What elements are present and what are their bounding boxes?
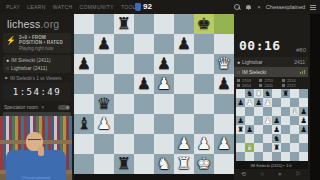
streamer-glasses bbox=[28, 139, 41, 142]
black-piece-r[interactable]: ♜ bbox=[273, 143, 280, 152]
square-f2[interactable] bbox=[281, 143, 290, 152]
square-h4[interactable] bbox=[214, 94, 234, 114]
square-h8[interactable] bbox=[299, 89, 308, 98]
square-b4[interactable]: ♛ bbox=[94, 94, 114, 114]
square-b3[interactable] bbox=[245, 134, 254, 143]
players-box: ● IM Sielecki (2411) ○ Lightsbar (2411) bbox=[3, 55, 71, 73]
square-c7[interactable]: ♟ bbox=[254, 98, 263, 107]
black-piece-p[interactable]: ♟ bbox=[177, 34, 191, 54]
square-h6[interactable]: ♟ bbox=[299, 107, 308, 116]
square-h7[interactable] bbox=[299, 98, 308, 107]
square-b8[interactable]: ♞ bbox=[245, 89, 254, 98]
square-g6[interactable] bbox=[194, 54, 214, 74]
square-a8[interactable] bbox=[74, 14, 94, 34]
spectator-room-title: Spectator room bbox=[4, 104, 38, 110]
square-e4[interactable] bbox=[154, 94, 174, 114]
square-h7[interactable] bbox=[214, 34, 234, 54]
nav-item-community[interactable]: COMMUNITY bbox=[79, 4, 113, 10]
square-e7[interactable] bbox=[272, 98, 281, 107]
square-h8[interactable] bbox=[214, 14, 234, 34]
square-h3[interactable] bbox=[299, 134, 308, 143]
square-g5[interactable] bbox=[194, 74, 214, 94]
square-c3[interactable] bbox=[254, 134, 263, 143]
black-piece-r[interactable]: ♜ bbox=[117, 154, 131, 174]
square-d6[interactable] bbox=[263, 107, 272, 116]
chess-board[interactable]: ♜♚♟♟♟♟♛♟♟♟♛♝♟♟♟♟♜♞♜♚ bbox=[74, 14, 234, 174]
black-piece-p[interactable]: ♟ bbox=[97, 34, 111, 54]
black-piece-p[interactable]: ♟ bbox=[77, 54, 91, 74]
white-piece-p[interactable]: ♟ bbox=[264, 116, 271, 125]
black-piece-p[interactable]: ♟ bbox=[246, 125, 253, 134]
rating-stats: 270327512554265424112722 bbox=[234, 77, 308, 89]
square-h6[interactable]: ♛ bbox=[214, 54, 234, 74]
game-info-line1: 3+0 • FROM POSITION • RATED bbox=[19, 35, 68, 45]
square-d3[interactable] bbox=[134, 114, 154, 134]
square-e2[interactable] bbox=[154, 134, 174, 154]
black-player-label: IM Sielecki (2411) bbox=[11, 57, 51, 63]
connection-signal-icon bbox=[300, 70, 305, 74]
square-g2[interactable] bbox=[290, 143, 299, 152]
square-f8[interactable] bbox=[174, 14, 194, 34]
black-piece-n[interactable]: ♞ bbox=[264, 89, 271, 98]
square-g8[interactable]: ♚ bbox=[194, 14, 214, 34]
webcam-overlay: Chessexplained bbox=[0, 116, 72, 180]
square-h4[interactable]: ♟ bbox=[299, 125, 308, 134]
square-c3[interactable] bbox=[114, 114, 134, 134]
black-piece-p[interactable]: ♟ bbox=[217, 74, 231, 94]
square-b2[interactable] bbox=[94, 134, 114, 154]
square-b6[interactable] bbox=[94, 54, 114, 74]
stream-frame: PLAYLEARNWATCHCOMMUNITYTOOLS 92 × Chesse… bbox=[0, 0, 320, 180]
rating-puzzle: 2722 bbox=[282, 83, 304, 88]
square-d4[interactable] bbox=[263, 125, 272, 134]
square-a2[interactable] bbox=[236, 143, 245, 152]
square-f5[interactable] bbox=[281, 116, 290, 125]
flag-icon: ⚑ bbox=[4, 76, 8, 81]
square-f3[interactable] bbox=[281, 134, 290, 143]
white-piece-q[interactable]: ♛ bbox=[217, 54, 231, 74]
square-d1[interactable] bbox=[263, 152, 272, 161]
square-g1[interactable] bbox=[290, 152, 299, 161]
square-g3[interactable] bbox=[290, 134, 299, 143]
square-g5[interactable] bbox=[290, 116, 299, 125]
square-c7[interactable] bbox=[114, 34, 134, 54]
black-piece-p[interactable]: ♟ bbox=[157, 54, 171, 74]
player-white-row[interactable]: ○ Lightsbar (2411) bbox=[6, 65, 68, 71]
square-d5[interactable]: ♟ bbox=[263, 116, 272, 125]
square-h5[interactable]: ♟ bbox=[299, 116, 308, 125]
square-c5[interactable] bbox=[114, 74, 134, 94]
black-piece-n[interactable]: ♞ bbox=[273, 134, 280, 143]
spectator-room-header: Spectator room × bbox=[4, 104, 70, 110]
white-piece-p[interactable]: ♟ bbox=[97, 114, 111, 134]
square-g4[interactable] bbox=[290, 125, 299, 134]
square-a7[interactable] bbox=[74, 34, 94, 54]
chat-toggle[interactable] bbox=[58, 105, 70, 110]
white-piece-p[interactable]: ♟ bbox=[177, 134, 191, 154]
rating-correspondence: 2411 bbox=[259, 83, 281, 88]
square-d6[interactable] bbox=[134, 54, 154, 74]
square-f1[interactable] bbox=[281, 152, 290, 161]
square-g7[interactable] bbox=[290, 98, 299, 107]
rapid-icon bbox=[282, 79, 285, 82]
game-info-box: ⚡ 3+0 • FROM POSITION • RATED Playing ri… bbox=[3, 33, 71, 53]
square-d8[interactable]: ♞ bbox=[263, 89, 272, 98]
black-piece-p[interactable]: ♟ bbox=[237, 98, 244, 107]
white-piece-b[interactable]: ♝ bbox=[291, 107, 298, 116]
badge-icon bbox=[135, 3, 141, 11]
square-e5[interactable]: ♟ bbox=[154, 74, 174, 94]
white-piece-p[interactable]: ♟ bbox=[217, 134, 231, 154]
square-e3[interactable] bbox=[154, 114, 174, 134]
square-c6[interactable] bbox=[254, 107, 263, 116]
square-c1[interactable] bbox=[254, 152, 263, 161]
black-piece-p[interactable]: ♟ bbox=[237, 116, 244, 125]
square-d1[interactable] bbox=[134, 154, 154, 174]
classical-icon bbox=[237, 84, 240, 87]
square-b5[interactable] bbox=[94, 74, 114, 94]
white-player-icon: ○ bbox=[6, 65, 9, 71]
search-icon[interactable] bbox=[234, 4, 241, 11]
move-number: #80 bbox=[296, 47, 306, 53]
square-a3[interactable]: ♝ bbox=[74, 114, 94, 134]
square-a5[interactable]: ♟ bbox=[236, 116, 245, 125]
nav-item-play[interactable]: PLAY bbox=[6, 4, 20, 10]
white-piece-p[interactable]: ♟ bbox=[264, 98, 271, 107]
square-b1[interactable] bbox=[94, 154, 114, 174]
black-piece-r[interactable]: ♜ bbox=[282, 89, 289, 98]
square-e1[interactable] bbox=[272, 152, 281, 161]
opponent-row[interactable]: ● Lightsbar 2411 bbox=[234, 57, 308, 67]
square-e6[interactable]: ♟ bbox=[154, 54, 174, 74]
square-d7[interactable]: ♟ bbox=[263, 98, 272, 107]
black-piece-r[interactable]: ♜ bbox=[117, 14, 131, 34]
blitz-icon: ⚡ bbox=[6, 35, 16, 51]
square-b5[interactable] bbox=[245, 116, 254, 125]
close-chat-icon[interactable]: × bbox=[41, 104, 44, 110]
square-f8[interactable]: ♜ bbox=[281, 89, 290, 98]
square-e8[interactable] bbox=[154, 14, 174, 34]
game-controls: ⟲○×⚐ bbox=[234, 169, 308, 180]
square-f7[interactable]: ♟ bbox=[174, 34, 194, 54]
player-black-row[interactable]: ● IM Sielecki (2411) bbox=[6, 57, 68, 63]
badge-count: 92 bbox=[143, 2, 152, 11]
session-clock: 1:54:49 bbox=[3, 83, 71, 101]
player-name: IM Sielecki bbox=[242, 69, 266, 75]
square-a6[interactable]: ♟ bbox=[74, 54, 94, 74]
black-piece-p[interactable]: ♟ bbox=[273, 125, 280, 134]
username[interactable]: Chessexplained bbox=[266, 4, 305, 10]
black-piece-b[interactable]: ♝ bbox=[77, 114, 91, 134]
square-a4[interactable]: ♜ bbox=[236, 125, 245, 134]
square-a1[interactable] bbox=[236, 152, 245, 161]
square-f1[interactable]: ♜ bbox=[174, 154, 194, 174]
square-d4[interactable] bbox=[134, 94, 154, 114]
square-c5[interactable] bbox=[254, 116, 263, 125]
square-e3[interactable]: ♞ bbox=[272, 134, 281, 143]
black-piece-p[interactable]: ♟ bbox=[255, 98, 262, 107]
square-g8[interactable] bbox=[290, 89, 299, 98]
square-d2[interactable] bbox=[134, 134, 154, 154]
rating-classical: 2654 bbox=[237, 83, 259, 88]
black-piece-q[interactable]: ♛ bbox=[97, 94, 111, 114]
square-h2[interactable] bbox=[299, 143, 308, 152]
square-c2[interactable] bbox=[114, 134, 134, 154]
square-a5[interactable] bbox=[74, 74, 94, 94]
black-player-icon: ● bbox=[6, 57, 9, 63]
square-d3[interactable] bbox=[263, 134, 272, 143]
square-g6[interactable]: ♝ bbox=[290, 107, 299, 116]
square-a4[interactable] bbox=[74, 94, 94, 114]
square-e8[interactable] bbox=[272, 89, 281, 98]
puzzle-icon bbox=[282, 84, 285, 87]
square-c4[interactable] bbox=[114, 94, 134, 114]
square-c8[interactable]: ♜ bbox=[254, 89, 263, 98]
white-piece-r[interactable]: ♜ bbox=[177, 154, 191, 174]
square-e1[interactable]: ♞ bbox=[154, 154, 174, 174]
white-piece-p[interactable]: ♟ bbox=[246, 98, 253, 107]
white-piece-q[interactable]: ♛ bbox=[246, 143, 253, 152]
webcam-caption: Chessexplained bbox=[0, 175, 72, 180]
correspondence-icon bbox=[259, 84, 262, 87]
square-c1[interactable]: ♜ bbox=[114, 154, 134, 174]
square-d5[interactable]: ♟ bbox=[134, 74, 154, 94]
black-piece-p[interactable]: ♟ bbox=[300, 125, 307, 134]
square-g3[interactable] bbox=[194, 114, 214, 134]
event-title: IM Sielecki's 1 vs Viewers bbox=[10, 76, 62, 81]
square-f4[interactable] bbox=[281, 125, 290, 134]
square-h5[interactable]: ♟ bbox=[214, 74, 234, 94]
flag-button[interactable]: ⚐ bbox=[296, 169, 301, 180]
square-a8[interactable] bbox=[236, 89, 245, 98]
resign-button[interactable]: × bbox=[278, 169, 282, 180]
square-a1[interactable] bbox=[74, 154, 94, 174]
top-navbar: PLAYLEARNWATCHCOMMUNITYTOOLS 92 × Chesse… bbox=[0, 0, 320, 14]
square-a3[interactable] bbox=[236, 134, 245, 143]
square-b2[interactable]: ♛ bbox=[245, 143, 254, 152]
square-e6[interactable] bbox=[272, 107, 281, 116]
square-h1[interactable] bbox=[299, 152, 308, 161]
square-b3[interactable]: ♟ bbox=[94, 114, 114, 134]
bullet-icon bbox=[237, 79, 240, 82]
black-piece-p[interactable]: ♟ bbox=[300, 107, 307, 116]
white-piece-r[interactable]: ♜ bbox=[255, 89, 262, 98]
square-b6[interactable] bbox=[245, 107, 254, 116]
square-c8[interactable]: ♜ bbox=[114, 14, 134, 34]
square-d7[interactable] bbox=[134, 34, 154, 54]
square-h2[interactable]: ♟ bbox=[214, 134, 234, 154]
challenge-icon[interactable]: × bbox=[257, 4, 261, 11]
square-b7[interactable]: ♟ bbox=[94, 34, 114, 54]
white-player-label: Lightsbar (2411) bbox=[11, 65, 47, 71]
square-g7[interactable] bbox=[194, 34, 214, 54]
square-a7[interactable]: ♟ bbox=[236, 98, 245, 107]
event-link[interactable]: ⚑ IM Sielecki's 1 vs Viewers bbox=[4, 76, 70, 81]
opponent-name: Lightsbar bbox=[242, 59, 263, 65]
square-b8[interactable] bbox=[94, 14, 114, 34]
player-color-icon: ○ bbox=[237, 69, 240, 75]
opponent-rating: 2411 bbox=[294, 59, 305, 65]
square-h1[interactable] bbox=[214, 154, 234, 174]
square-f6[interactable] bbox=[174, 54, 194, 74]
square-b4[interactable]: ♟ bbox=[245, 125, 254, 134]
right-gutter bbox=[310, 14, 320, 180]
square-f7[interactable] bbox=[281, 98, 290, 107]
bell-icon[interactable] bbox=[246, 4, 252, 11]
black-piece-n[interactable]: ♞ bbox=[246, 89, 253, 98]
square-f6[interactable] bbox=[281, 107, 290, 116]
square-d2[interactable] bbox=[263, 143, 272, 152]
square-f3[interactable] bbox=[174, 114, 194, 134]
streamer-hand bbox=[38, 146, 44, 156]
takeback-button[interactable]: ⟲ bbox=[241, 169, 246, 180]
black-piece-p[interactable]: ♟ bbox=[300, 116, 307, 125]
active-clock: 00:16 #80 bbox=[234, 38, 320, 53]
lichess-logo[interactable]: lichess.org bbox=[7, 18, 74, 30]
opponent-color-icon: ● bbox=[237, 59, 240, 65]
square-g1[interactable]: ♚ bbox=[194, 154, 214, 174]
square-c4[interactable] bbox=[254, 125, 263, 134]
black-piece-p[interactable]: ♟ bbox=[137, 74, 151, 94]
right-panel: 00:16 #80 ● Lightsbar 2411 ○ IM Sielecki… bbox=[234, 14, 320, 180]
black-piece-r[interactable]: ♜ bbox=[237, 125, 244, 134]
notification-badge[interactable]: 92 bbox=[135, 2, 152, 11]
square-f5[interactable] bbox=[174, 74, 194, 94]
square-g2[interactable]: ♟ bbox=[194, 134, 214, 154]
nav-item-watch[interactable]: WATCH bbox=[53, 4, 73, 10]
square-e5[interactable]: ♟ bbox=[272, 116, 281, 125]
game-info-line2: Playing right now bbox=[19, 46, 68, 51]
player-row-highlighted[interactable]: ○ IM Sielecki bbox=[234, 67, 308, 77]
clock-time: 00:16 bbox=[239, 38, 281, 53]
square-a6[interactable] bbox=[236, 107, 245, 116]
black-piece-k[interactable]: ♚ bbox=[197, 14, 211, 34]
square-b7[interactable]: ♟ bbox=[245, 98, 254, 107]
square-e2[interactable]: ♜ bbox=[272, 143, 281, 152]
mini-board-caption: IM Sielecki (2411) • 1:0 bbox=[234, 161, 308, 169]
square-c6[interactable] bbox=[114, 54, 134, 74]
nav-item-learn[interactable]: LEARN bbox=[27, 4, 46, 10]
square-c2[interactable] bbox=[254, 143, 263, 152]
hamburger-icon[interactable] bbox=[310, 5, 316, 10]
square-a2[interactable] bbox=[74, 134, 94, 154]
blitz-icon bbox=[259, 79, 262, 82]
square-e4[interactable]: ♟ bbox=[272, 125, 281, 134]
draw-button[interactable]: ○ bbox=[260, 169, 264, 180]
white-piece-k[interactable]: ♚ bbox=[197, 154, 211, 174]
square-d8[interactable] bbox=[134, 14, 154, 34]
white-piece-p[interactable]: ♟ bbox=[157, 74, 171, 94]
square-h3[interactable] bbox=[214, 114, 234, 134]
nav-menu: PLAYLEARNWATCHCOMMUNITYTOOLS bbox=[6, 0, 140, 14]
black-piece-p[interactable]: ♟ bbox=[273, 116, 280, 125]
square-f2[interactable]: ♟ bbox=[174, 134, 194, 154]
white-piece-p[interactable]: ♟ bbox=[197, 134, 211, 154]
mini-board-thumbnail[interactable]: ♞♜♞♜♟♟♟♟♝♟♟♟♟♟♜♟♟♟♞♛♜ bbox=[236, 89, 308, 161]
square-e7[interactable] bbox=[154, 34, 174, 54]
square-b1[interactable] bbox=[245, 152, 254, 161]
square-g4[interactable] bbox=[194, 94, 214, 114]
white-piece-n[interactable]: ♞ bbox=[157, 154, 171, 174]
square-f4[interactable] bbox=[174, 94, 194, 114]
